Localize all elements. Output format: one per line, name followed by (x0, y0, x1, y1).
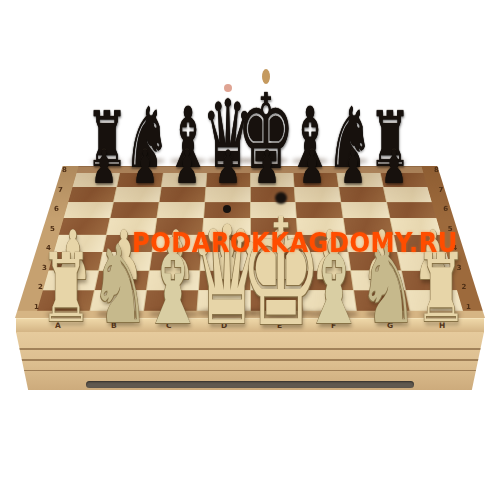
rank-label-right-7: 7 (439, 186, 444, 194)
rank-label-right-6: 6 (443, 205, 448, 213)
piece-finial-tip-e8 (262, 69, 270, 84)
box-seam (16, 370, 484, 371)
rank-label-left-6: 6 (54, 205, 59, 213)
piece-black-pawn-h7[interactable]: ♟ (350, 144, 437, 190)
chess-set-photo: ABCDEFGH 1122334455667788 ♜♞♝♛♚♝♞♜♟♟♟♟♟♟… (0, 0, 500, 500)
box-handle-groove (86, 381, 414, 388)
piece-finial-tip-d8 (224, 84, 232, 92)
watermark-text: PODAROKKAGDOMY.RU (132, 228, 458, 258)
box-seam (16, 359, 484, 361)
piece-finial-tip-d1 (223, 205, 231, 213)
piece-finial-tip-e1 (275, 192, 287, 204)
